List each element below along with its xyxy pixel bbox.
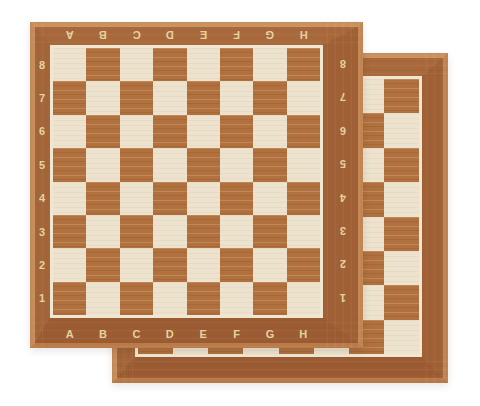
front-square-f2 [220, 248, 253, 281]
front-square-c8 [120, 48, 153, 81]
front-square-a3 [53, 215, 86, 248]
front-square-d4 [153, 182, 186, 215]
front-square-b1 [86, 282, 119, 315]
rank-label-left-3: 3 [33, 215, 51, 248]
front-square-c5 [120, 148, 153, 181]
rank-label-left-2: 2 [33, 248, 51, 281]
file-label-bottom-e: E [187, 320, 220, 348]
front-square-b6 [86, 115, 119, 148]
file-label-top-e: E [187, 23, 220, 47]
front-square-g3 [253, 215, 286, 248]
front-square-g4 [253, 182, 286, 215]
front-square-d3 [153, 215, 186, 248]
rank-label-left-5: 5 [33, 148, 51, 181]
front-square-h7 [287, 81, 320, 114]
front-square-h3 [287, 215, 320, 248]
front-square-g6 [253, 115, 286, 148]
file-label-bottom-a: A [53, 320, 86, 348]
front-square-a2 [53, 248, 86, 281]
back-square-h3 [384, 251, 419, 285]
file-label-top-c: C [120, 23, 153, 47]
rank-label-right-1: 1 [326, 282, 360, 315]
front-square-f6 [220, 115, 253, 148]
file-label-bottom-g: G [253, 320, 286, 348]
front-square-d2 [153, 248, 186, 281]
file-label-top-f: F [220, 23, 253, 47]
front-square-h5 [287, 148, 320, 181]
rank-label-left-6: 6 [33, 115, 51, 148]
front-square-a6 [53, 115, 86, 148]
rank-label-left-4: 4 [33, 182, 51, 215]
front-square-g5 [253, 148, 286, 181]
rank-label-right-5: 5 [326, 148, 360, 181]
front-square-f1 [220, 282, 253, 315]
front-square-e5 [187, 148, 220, 181]
front-square-h6 [287, 115, 320, 148]
file-labels-bottom: ABCDEFGH [53, 320, 320, 348]
front-square-d1 [153, 282, 186, 315]
file-label-bottom-c: C [120, 320, 153, 348]
front-square-e1 [187, 282, 220, 315]
file-label-bottom-h: H [287, 320, 320, 348]
front-square-d6 [153, 115, 186, 148]
front-square-g1 [253, 282, 286, 315]
front-square-f4 [220, 182, 253, 215]
front-square-c4 [120, 182, 153, 215]
front-square-c2 [120, 248, 153, 281]
rank-label-right-8: 8 [326, 48, 360, 81]
front-square-h2 [287, 248, 320, 281]
rank-label-left-1: 1 [33, 282, 51, 315]
front-square-b4 [86, 182, 119, 215]
front-chessboard: ABCDEFGH ABCDEFGH 87654321 87654321 [30, 22, 363, 348]
front-square-e7 [187, 81, 220, 114]
front-square-a1 [53, 282, 86, 315]
front-square-e6 [187, 115, 220, 148]
front-square-d7 [153, 81, 186, 114]
front-square-f7 [220, 81, 253, 114]
rank-label-right-7: 7 [326, 81, 360, 114]
rank-label-right-2: 2 [326, 248, 360, 281]
front-square-b8 [86, 48, 119, 81]
front-square-a7 [53, 81, 86, 114]
back-square-h6 [384, 148, 419, 182]
rank-label-left-8: 8 [33, 48, 51, 81]
front-square-e2 [187, 248, 220, 281]
rank-label-right-4: 4 [326, 182, 360, 215]
chessboards-product-photo: ABCDEFGH ABCDEFGH 87654321 87654321 [0, 0, 480, 406]
rank-label-right-3: 3 [326, 215, 360, 248]
front-square-g2 [253, 248, 286, 281]
front-square-f5 [220, 148, 253, 181]
file-label-top-d: D [153, 23, 186, 47]
front-square-h8 [287, 48, 320, 81]
front-square-b5 [86, 148, 119, 181]
file-label-top-b: B [86, 23, 119, 47]
front-square-f3 [220, 215, 253, 248]
back-square-h7 [384, 113, 419, 147]
rank-label-right-6: 6 [326, 115, 360, 148]
file-label-top-a: A [53, 23, 86, 47]
front-square-c1 [120, 282, 153, 315]
front-square-g8 [253, 48, 286, 81]
file-label-bottom-d: D [153, 320, 186, 348]
front-board-inner-border [50, 45, 323, 318]
front-square-b7 [86, 81, 119, 114]
front-square-c6 [120, 115, 153, 148]
rank-labels-left: 87654321 [33, 48, 51, 315]
front-square-d5 [153, 148, 186, 181]
front-square-b2 [86, 248, 119, 281]
front-square-f8 [220, 48, 253, 81]
front-square-e4 [187, 182, 220, 215]
back-square-h2 [384, 285, 419, 319]
front-square-a8 [53, 48, 86, 81]
front-square-c7 [120, 81, 153, 114]
back-square-h1 [384, 320, 419, 354]
front-square-e3 [187, 215, 220, 248]
front-square-d8 [153, 48, 186, 81]
front-square-e8 [187, 48, 220, 81]
front-square-h1 [287, 282, 320, 315]
front-square-b3 [86, 215, 119, 248]
back-square-h5 [384, 182, 419, 216]
front-square-c3 [120, 215, 153, 248]
front-board-frame [35, 27, 358, 343]
rank-labels-right: 87654321 [326, 48, 360, 315]
file-label-top-g: G [253, 23, 286, 47]
file-label-top-h: H [287, 23, 320, 47]
rank-label-left-7: 7 [33, 81, 51, 114]
front-square-g7 [253, 81, 286, 114]
front-square-h4 [287, 182, 320, 215]
back-square-h8 [384, 79, 419, 113]
front-board-squares [53, 48, 320, 315]
file-labels-top: ABCDEFGH [53, 23, 320, 47]
file-label-bottom-f: F [220, 320, 253, 348]
back-square-h4 [384, 217, 419, 251]
front-square-a5 [53, 148, 86, 181]
file-label-bottom-b: B [86, 320, 119, 348]
front-square-a4 [53, 182, 86, 215]
